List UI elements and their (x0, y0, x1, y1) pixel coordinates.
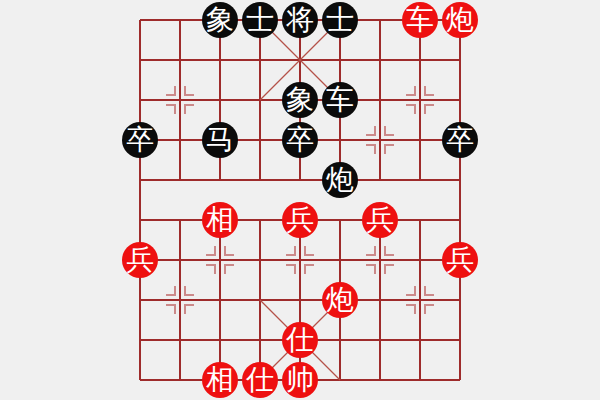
point-r1c4[interactable] (280, 40, 320, 80)
piece-black-advisor[interactable]: 士 (322, 2, 358, 38)
point-r1c8[interactable] (440, 40, 480, 80)
point-r1c2[interactable] (200, 40, 240, 80)
point-r3c6[interactable] (360, 120, 400, 160)
point-r6c5[interactable] (320, 240, 360, 280)
point-r9c5[interactable] (320, 360, 360, 400)
piece-red-soldier[interactable]: 兵 (282, 202, 318, 238)
piece-red-soldier[interactable]: 兵 (442, 242, 478, 278)
point-r8c2[interactable] (200, 320, 240, 360)
piece-red-advisor[interactable]: 仕 (242, 362, 278, 398)
point-r6c1[interactable] (160, 240, 200, 280)
point-r7c3[interactable] (240, 280, 280, 320)
point-r1c0[interactable] (120, 40, 160, 80)
point-r4c1[interactable] (160, 160, 200, 200)
point-r8c7[interactable] (400, 320, 440, 360)
piece-red-soldier[interactable]: 兵 (362, 202, 398, 238)
piece-red-advisor[interactable]: 仕 (282, 322, 318, 358)
piece-black-horse[interactable]: 马 (202, 122, 238, 158)
point-r2c6[interactable] (360, 80, 400, 120)
piece-red-chariot[interactable]: 车 (402, 2, 438, 38)
point-r4c7[interactable] (400, 160, 440, 200)
piece-black-elephant[interactable]: 象 (202, 2, 238, 38)
point-r0c6[interactable] (360, 0, 400, 40)
piece-black-soldier[interactable]: 卒 (282, 122, 318, 158)
piece-black-elephant[interactable]: 象 (282, 82, 318, 118)
point-r8c4[interactable]: 仕 (280, 320, 320, 360)
piece-black-general[interactable]: 将 (282, 2, 318, 38)
point-r6c2[interactable] (200, 240, 240, 280)
point-r6c7[interactable] (400, 240, 440, 280)
point-r8c0[interactable] (120, 320, 160, 360)
point-r0c8[interactable]: 炮 (440, 0, 480, 40)
piece-red-general[interactable]: 帅 (282, 362, 318, 398)
point-r2c2[interactable] (200, 80, 240, 120)
point-r8c5[interactable] (320, 320, 360, 360)
point-r4c8[interactable] (440, 160, 480, 200)
piece-black-soldier[interactable]: 卒 (442, 122, 478, 158)
board-points: 象士将士车炮象车卒马卒卒炮相兵兵兵兵炮仕相仕帅 (120, 0, 480, 400)
point-r2c1[interactable] (160, 80, 200, 120)
point-r6c8[interactable]: 兵 (440, 240, 480, 280)
point-r4c4[interactable] (280, 160, 320, 200)
point-r9c3[interactable]: 仕 (240, 360, 280, 400)
piece-black-chariot[interactable]: 车 (322, 82, 358, 118)
point-r9c7[interactable] (400, 360, 440, 400)
piece-red-elephant[interactable]: 相 (202, 362, 238, 398)
point-r3c0[interactable]: 卒 (120, 120, 160, 160)
piece-red-cannon[interactable]: 炮 (322, 282, 358, 318)
point-r2c8[interactable] (440, 80, 480, 120)
point-r9c6[interactable] (360, 360, 400, 400)
point-r0c4[interactable]: 将 (280, 0, 320, 40)
piece-red-cannon[interactable]: 炮 (442, 2, 478, 38)
piece-black-advisor[interactable]: 士 (242, 2, 278, 38)
point-r8c1[interactable] (160, 320, 200, 360)
point-r2c0[interactable] (120, 80, 160, 120)
point-r8c8[interactable] (440, 320, 480, 360)
point-r1c7[interactable] (400, 40, 440, 80)
point-r2c3[interactable] (240, 80, 280, 120)
point-r7c5[interactable]: 炮 (320, 280, 360, 320)
point-r0c2[interactable]: 象 (200, 0, 240, 40)
piece-black-soldier[interactable]: 卒 (122, 122, 158, 158)
point-r5c7[interactable] (400, 200, 440, 240)
point-r6c4[interactable] (280, 240, 320, 280)
point-r3c2[interactable]: 马 (200, 120, 240, 160)
point-r0c0[interactable] (120, 0, 160, 40)
point-r5c4[interactable]: 兵 (280, 200, 320, 240)
point-r4c5[interactable]: 炮 (320, 160, 360, 200)
point-r2c7[interactable] (400, 80, 440, 120)
point-r5c3[interactable] (240, 200, 280, 240)
point-r7c0[interactable] (120, 280, 160, 320)
point-r4c0[interactable] (120, 160, 160, 200)
point-r0c7[interactable]: 车 (400, 0, 440, 40)
point-r5c8[interactable] (440, 200, 480, 240)
point-r6c3[interactable] (240, 240, 280, 280)
point-r6c0[interactable]: 兵 (120, 240, 160, 280)
point-r4c6[interactable] (360, 160, 400, 200)
point-r9c8[interactable] (440, 360, 480, 400)
point-r8c3[interactable] (240, 320, 280, 360)
point-r3c3[interactable] (240, 120, 280, 160)
point-r3c7[interactable] (400, 120, 440, 160)
point-r1c5[interactable] (320, 40, 360, 80)
point-r1c3[interactable] (240, 40, 280, 80)
point-r9c2[interactable]: 相 (200, 360, 240, 400)
point-r4c2[interactable] (200, 160, 240, 200)
point-r9c1[interactable] (160, 360, 200, 400)
point-r9c4[interactable]: 帅 (280, 360, 320, 400)
point-r8c6[interactable] (360, 320, 400, 360)
piece-red-elephant[interactable]: 相 (202, 202, 238, 238)
point-r3c1[interactable] (160, 120, 200, 160)
point-r3c8[interactable]: 卒 (440, 120, 480, 160)
point-r2c4[interactable]: 象 (280, 80, 320, 120)
point-r3c5[interactable] (320, 120, 360, 160)
point-r7c1[interactable] (160, 280, 200, 320)
point-r5c6[interactable]: 兵 (360, 200, 400, 240)
point-r1c1[interactable] (160, 40, 200, 80)
point-r0c5[interactable]: 士 (320, 0, 360, 40)
point-r2c5[interactable]: 车 (320, 80, 360, 120)
point-r5c0[interactable] (120, 200, 160, 240)
point-r3c4[interactable]: 卒 (280, 120, 320, 160)
point-r7c8[interactable] (440, 280, 480, 320)
point-r6c6[interactable] (360, 240, 400, 280)
point-r7c2[interactable] (200, 280, 240, 320)
piece-red-soldier[interactable]: 兵 (122, 242, 158, 278)
point-r5c5[interactable] (320, 200, 360, 240)
point-r7c7[interactable] (400, 280, 440, 320)
point-r0c1[interactable] (160, 0, 200, 40)
point-r9c0[interactable] (120, 360, 160, 400)
piece-black-cannon[interactable]: 炮 (322, 162, 358, 198)
xiangqi-board: 象士将士车炮象车卒马卒卒炮相兵兵兵兵炮仕相仕帅 (0, 0, 600, 400)
point-r7c6[interactable] (360, 280, 400, 320)
point-r7c4[interactable] (280, 280, 320, 320)
point-r5c2[interactable]: 相 (200, 200, 240, 240)
point-r1c6[interactable] (360, 40, 400, 80)
point-r5c1[interactable] (160, 200, 200, 240)
point-r0c3[interactable]: 士 (240, 0, 280, 40)
point-r4c3[interactable] (240, 160, 280, 200)
